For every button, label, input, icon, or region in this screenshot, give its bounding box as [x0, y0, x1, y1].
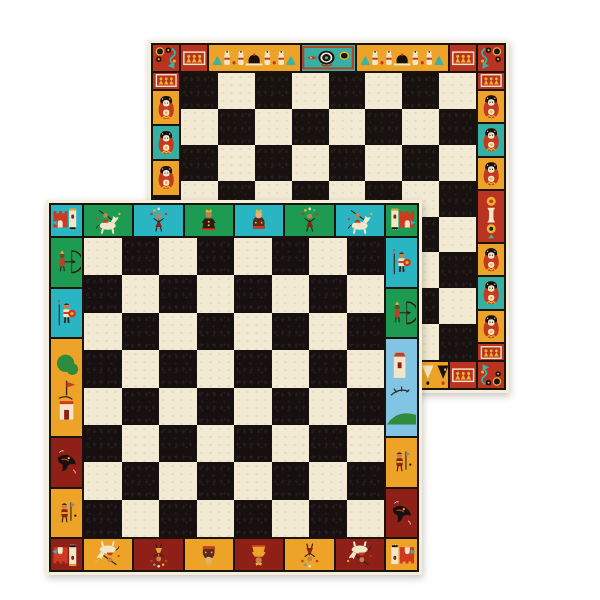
square-a6-light	[84, 313, 122, 350]
border-strip-top	[84, 205, 384, 236]
matryoshka-doll-icon	[479, 312, 503, 342]
square-b1-light	[122, 500, 160, 537]
square-h2-dark	[347, 462, 385, 499]
border-cell-matry	[478, 277, 504, 308]
square-f6-light	[365, 145, 402, 181]
three-dolls-icon	[479, 73, 503, 88]
border-cell-matry	[478, 158, 504, 189]
square-h8-dark	[347, 238, 385, 275]
square-f3-light	[272, 425, 310, 462]
square-a4-light	[84, 388, 122, 425]
square-c5-dark	[159, 350, 197, 387]
matryoshka-doll-icon	[479, 245, 503, 275]
square-c6-light	[159, 313, 197, 350]
matryoshka-doll-icon	[479, 159, 503, 189]
horn-and-circles-icon	[479, 363, 503, 387]
square-h1-light	[347, 500, 385, 537]
square-h4-light	[439, 217, 476, 253]
border-cell-pieces	[357, 45, 448, 71]
castle-icon	[387, 540, 416, 569]
eye-target-icon	[302, 46, 354, 69]
square-c8-light	[159, 238, 197, 275]
border-cell-matry	[153, 126, 179, 159]
juggler-icon	[136, 540, 181, 569]
square-d6-dark	[197, 313, 235, 350]
border-corner-castle	[386, 539, 417, 570]
border-cell-matry	[478, 311, 504, 342]
chess-pieces-row-icon	[357, 46, 447, 69]
square-b2-dark	[122, 462, 160, 499]
border-strip-right	[386, 238, 417, 537]
square-d8-dark	[197, 238, 235, 275]
column-totem-icon	[479, 193, 503, 240]
square-h1-dark	[439, 324, 476, 360]
square-f7-light	[272, 275, 310, 312]
matryoshka-doll-icon	[479, 125, 503, 155]
border-cell-landscape2	[386, 339, 417, 436]
square-b3-light	[122, 425, 160, 462]
matryoshka-doll-icon	[154, 162, 178, 193]
border-strip-left	[51, 238, 82, 537]
square-f4-dark	[272, 388, 310, 425]
border-cell-trio	[450, 45, 476, 71]
border-cell-matry	[478, 91, 504, 122]
square-d7-dark	[292, 109, 329, 145]
matryoshka-doll-icon	[479, 92, 503, 122]
square-d3-light	[197, 425, 235, 462]
seated-king-icon	[186, 540, 231, 569]
square-a5-dark	[84, 350, 122, 387]
square-g2-light	[309, 462, 347, 499]
border-cell-knight	[336, 539, 384, 570]
border-cell-landscape	[51, 339, 82, 436]
knight-on-horse-icon	[85, 540, 130, 569]
square-h5-light	[347, 350, 385, 387]
square-e4-light	[234, 388, 272, 425]
border-cell-eye	[302, 45, 355, 71]
three-dolls-icon	[451, 46, 475, 70]
square-d2-dark	[197, 462, 235, 499]
square-f7-dark	[365, 109, 402, 145]
square-g5-dark	[309, 350, 347, 387]
square-f8-light	[365, 73, 402, 109]
robed-royal-icon	[236, 540, 281, 569]
border-corner-swirl	[153, 45, 179, 71]
square-b6-light	[218, 145, 255, 181]
square-b8-light	[218, 73, 255, 109]
chess-field	[84, 238, 384, 537]
border-cell-warrior	[386, 438, 417, 487]
square-c4-light	[159, 388, 197, 425]
border-corner-swirl	[478, 362, 504, 388]
square-h5-dark	[439, 181, 476, 217]
border-cell-trio	[478, 73, 504, 89]
robed-royal-icon	[186, 206, 231, 235]
square-f5-light	[272, 350, 310, 387]
border-cell-archer	[51, 238, 82, 287]
square-a8-dark	[181, 73, 218, 109]
castle-icon	[387, 206, 416, 235]
border-corner-castle	[51, 539, 82, 570]
castle-icon	[52, 206, 81, 235]
knight-on-horse-icon	[337, 206, 382, 235]
square-d1-light	[197, 500, 235, 537]
square-b6-dark	[122, 313, 160, 350]
square-g7-dark	[309, 275, 347, 312]
square-b7-light	[122, 275, 160, 312]
square-e3-dark	[234, 425, 272, 462]
knight-on-horse-icon	[337, 540, 382, 569]
square-g7-light	[402, 109, 439, 145]
square-d6-light	[292, 145, 329, 181]
archer-with-bow-icon	[387, 290, 416, 336]
square-h7-dark	[439, 109, 476, 145]
square-h2-light	[439, 288, 476, 324]
border-cell-soldier	[51, 289, 82, 338]
square-g1-dark	[309, 500, 347, 537]
border-corner-castle	[386, 205, 417, 236]
square-h6-dark	[347, 313, 385, 350]
soldier-with-shield-icon	[52, 290, 81, 336]
square-a7-dark	[84, 275, 122, 312]
board-front-medieval-theme	[46, 200, 422, 575]
square-e8-dark	[329, 73, 366, 109]
square-e5-dark	[234, 350, 272, 387]
tree-flag-house-icon	[52, 342, 81, 433]
square-g6-dark	[402, 145, 439, 181]
square-h7-light	[347, 275, 385, 312]
square-f2-dark	[272, 462, 310, 499]
border-cell-knight	[336, 205, 384, 236]
castle-icon	[52, 540, 81, 569]
square-h8-light	[439, 73, 476, 109]
border-cell-matry	[153, 161, 179, 194]
square-g6-light	[309, 313, 347, 350]
square-g8-light	[309, 238, 347, 275]
square-a7-light	[181, 109, 218, 145]
border-cell-warrior	[51, 489, 82, 538]
square-c8-dark	[255, 73, 292, 109]
square-g3-dark	[309, 425, 347, 462]
square-c7-dark	[159, 275, 197, 312]
square-a2-light	[84, 462, 122, 499]
border-cell-archer	[386, 289, 417, 338]
matryoshka-doll-icon	[479, 278, 503, 308]
matryoshka-doll-icon	[154, 92, 178, 123]
warrior-with-axe-icon	[52, 490, 81, 536]
three-dolls-icon	[479, 345, 503, 360]
square-a1-dark	[84, 500, 122, 537]
square-f1-light	[272, 500, 310, 537]
product-photo-stage	[0, 0, 600, 600]
border-cell-trio	[153, 73, 179, 89]
border-cell-royal	[185, 205, 233, 236]
matryoshka-doll-icon	[154, 127, 178, 158]
border-cell-column	[478, 191, 504, 241]
warrior-with-axe-icon	[387, 439, 416, 485]
border-cell-juggler	[134, 539, 182, 570]
border-cell-matry	[478, 124, 504, 155]
border-strip-bottom	[84, 539, 384, 570]
horn-and-circles-icon	[154, 46, 178, 70]
juggler-icon	[287, 206, 332, 235]
border-corner-castle	[51, 205, 82, 236]
square-g4-light	[309, 388, 347, 425]
border-cell-king	[235, 205, 283, 236]
soldier-with-shield-icon	[387, 239, 416, 285]
horn-and-circles-icon	[479, 46, 503, 70]
square-e7-dark	[234, 275, 272, 312]
square-b7-dark	[218, 109, 255, 145]
square-b5-light	[122, 350, 160, 387]
border-cell-matry	[153, 91, 179, 124]
three-dolls-icon	[154, 73, 178, 88]
three-dolls-icon	[182, 46, 206, 70]
border-cell-pieces	[209, 45, 300, 71]
board-front-frame	[49, 203, 419, 572]
square-h3-light	[347, 425, 385, 462]
square-e6-dark	[329, 145, 366, 181]
border-cell-juggler	[285, 205, 333, 236]
border-cell-soldier	[386, 238, 417, 287]
square-e7-light	[329, 109, 366, 145]
border-cell-juggler	[285, 539, 333, 570]
square-e8-light	[234, 238, 272, 275]
square-d7-light	[197, 275, 235, 312]
border-strip-top	[181, 45, 476, 71]
square-d4-dark	[197, 388, 235, 425]
knight-on-horse-icon	[85, 206, 130, 235]
tower-branch-hill-icon	[387, 342, 416, 433]
border-cell-trio	[478, 344, 504, 360]
square-a3-dark	[84, 425, 122, 462]
square-c6-dark	[255, 145, 292, 181]
border-corner-swirl	[478, 45, 504, 71]
border-cell-falcon	[386, 489, 417, 538]
square-f8-dark	[272, 238, 310, 275]
border-cell-knight	[84, 539, 132, 570]
border-cell-trio	[181, 45, 207, 71]
border-cell-knight	[84, 205, 132, 236]
square-c7-light	[255, 109, 292, 145]
three-dolls-icon	[451, 363, 475, 387]
square-h6-light	[439, 145, 476, 181]
square-c1-dark	[159, 500, 197, 537]
chess-pieces-row-icon	[209, 46, 299, 69]
square-e1-dark	[234, 500, 272, 537]
square-d5-light	[197, 350, 235, 387]
border-cell-falcon	[51, 438, 82, 487]
juggler-icon	[136, 206, 181, 235]
border-cell-king	[185, 539, 233, 570]
juggler-icon	[287, 540, 332, 569]
square-g8-dark	[402, 73, 439, 109]
square-e6-light	[234, 313, 272, 350]
square-d8-light	[292, 73, 329, 109]
border-cell-matry	[478, 244, 504, 275]
square-b4-dark	[122, 388, 160, 425]
border-cell-juggler	[134, 205, 182, 236]
square-f6-dark	[272, 313, 310, 350]
falcon-bird-icon	[52, 439, 81, 485]
square-c3-dark	[159, 425, 197, 462]
seated-king-icon	[236, 206, 281, 235]
border-cell-trio	[450, 362, 476, 388]
falcon-bird-icon	[387, 490, 416, 536]
archer-with-bow-icon	[52, 239, 81, 285]
square-a6-dark	[181, 145, 218, 181]
square-h3-dark	[439, 252, 476, 288]
square-a8-light	[84, 238, 122, 275]
square-c2-light	[159, 462, 197, 499]
border-strip-right	[478, 73, 504, 360]
square-b8-dark	[122, 238, 160, 275]
square-e2-light	[234, 462, 272, 499]
border-cell-royal	[235, 539, 283, 570]
square-h4-dark	[347, 388, 385, 425]
